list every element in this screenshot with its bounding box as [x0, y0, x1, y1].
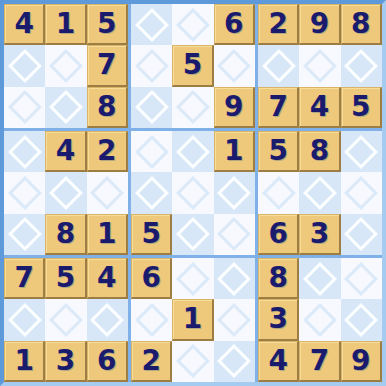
cell-r2c6[interactable] [214, 45, 255, 86]
diamond-icon [135, 303, 169, 337]
cell-r8c1[interactable] [4, 299, 45, 340]
cell-r2c8[interactable] [299, 45, 340, 86]
diamond-icon [176, 344, 210, 378]
box-3-1: 754136 [4, 258, 128, 382]
cell-r3c1[interactable] [4, 87, 45, 128]
cell-r9c7: 4 [258, 341, 299, 382]
diamond-icon [217, 344, 251, 378]
cell-r1c7: 2 [258, 4, 299, 45]
cell-r9c8: 7 [299, 341, 340, 382]
cell-r4c6: 1 [214, 131, 255, 172]
cell-r8c8[interactable] [299, 299, 340, 340]
cell-r4c2: 4 [45, 131, 86, 172]
diamond-icon [135, 135, 169, 169]
cell-r2c1[interactable] [4, 45, 45, 86]
diamond-icon [8, 176, 42, 210]
diamond-icon [217, 49, 251, 83]
cell-r3c7: 7 [258, 87, 299, 128]
cell-r1c6: 6 [214, 4, 255, 45]
cell-r8c7: 3 [258, 299, 299, 340]
cell-r6c9[interactable] [341, 214, 382, 255]
cell-r9c4: 2 [131, 341, 172, 382]
cell-r2c3: 7 [87, 45, 128, 86]
diamond-icon [176, 8, 210, 42]
cell-r2c9[interactable] [341, 45, 382, 86]
cell-r4c5[interactable] [172, 131, 213, 172]
box-2-2: 15 [131, 131, 255, 255]
cell-r3c3: 8 [87, 87, 128, 128]
cell-r7c3: 4 [87, 258, 128, 299]
cell-r5c2[interactable] [45, 172, 86, 213]
cell-r1c8: 9 [299, 4, 340, 45]
diamond-icon [303, 262, 337, 296]
cell-r5c6[interactable] [214, 172, 255, 213]
cell-r6c8: 3 [299, 214, 340, 255]
cell-r7c5[interactable] [172, 258, 213, 299]
diamond-icon [8, 49, 42, 83]
box-1-1: 41578 [4, 4, 128, 128]
box-3-2: 612 [131, 258, 255, 382]
diamond-icon [8, 90, 42, 124]
diamond-icon [49, 49, 83, 83]
box-1-2: 659 [131, 4, 255, 128]
diamond-icon [135, 8, 169, 42]
box-2-3: 5863 [258, 131, 382, 255]
cell-r4c8: 8 [299, 131, 340, 172]
cell-r6c6[interactable] [214, 214, 255, 255]
diamond-icon [344, 49, 378, 83]
cell-r3c4[interactable] [131, 87, 172, 128]
diamond-icon [176, 262, 210, 296]
cell-r1c2: 1 [45, 4, 86, 45]
cell-r1c4[interactable] [131, 4, 172, 45]
box-3-3: 83479 [258, 258, 382, 382]
cell-r2c2[interactable] [45, 45, 86, 86]
cell-r8c6[interactable] [214, 299, 255, 340]
diamond-icon [344, 176, 378, 210]
cell-r8c4[interactable] [131, 299, 172, 340]
cell-r5c9[interactable] [341, 172, 382, 213]
diamond-icon [176, 176, 210, 210]
cell-r7c7: 8 [258, 258, 299, 299]
cell-r6c4: 5 [131, 214, 172, 255]
cell-r6c2: 8 [45, 214, 86, 255]
diamond-icon [135, 90, 169, 124]
cell-r6c5[interactable] [172, 214, 213, 255]
diamond-icon [303, 303, 337, 337]
cell-r8c3[interactable] [87, 299, 128, 340]
cell-r7c9[interactable] [341, 258, 382, 299]
diamond-icon [303, 176, 337, 210]
cell-r5c3[interactable] [87, 172, 128, 213]
diamond-icon [176, 90, 210, 124]
cell-r1c1: 4 [4, 4, 45, 45]
cell-r8c2[interactable] [45, 299, 86, 340]
cell-r5c8[interactable] [299, 172, 340, 213]
cell-r5c5[interactable] [172, 172, 213, 213]
diamond-icon [344, 217, 378, 251]
cell-r1c3: 5 [87, 4, 128, 45]
cell-r7c1: 7 [4, 258, 45, 299]
cell-r2c4[interactable] [131, 45, 172, 86]
diamond-icon [344, 303, 378, 337]
cell-r3c9: 5 [341, 87, 382, 128]
cell-r4c4[interactable] [131, 131, 172, 172]
cell-r4c1[interactable] [4, 131, 45, 172]
cell-r3c8: 4 [299, 87, 340, 128]
cell-r1c5[interactable] [172, 4, 213, 45]
cell-r6c7: 6 [258, 214, 299, 255]
cell-r3c2[interactable] [45, 87, 86, 128]
diamond-icon [176, 135, 210, 169]
cell-r9c3: 6 [87, 341, 128, 382]
cell-r8c9[interactable] [341, 299, 382, 340]
diamond-icon [176, 217, 210, 251]
diamond-icon [262, 176, 296, 210]
cell-r6c1[interactable] [4, 214, 45, 255]
diamond-icon [49, 176, 83, 210]
diamond-icon [303, 49, 337, 83]
cell-r5c7[interactable] [258, 172, 299, 213]
diamond-icon [8, 303, 42, 337]
box-1-3: 298745 [258, 4, 382, 128]
cell-r6c3: 1 [87, 214, 128, 255]
diamond-icon [49, 90, 83, 124]
diamond-icon [8, 135, 42, 169]
diamond-icon [217, 217, 251, 251]
diamond-icon [344, 262, 378, 296]
cell-r4c3: 2 [87, 131, 128, 172]
cell-r4c9[interactable] [341, 131, 382, 172]
diamond-icon [217, 176, 251, 210]
cell-r3c5[interactable] [172, 87, 213, 128]
cell-r9c6[interactable] [214, 341, 255, 382]
cell-r7c8[interactable] [299, 258, 340, 299]
diamond-icon [217, 303, 251, 337]
cell-r1c9: 8 [341, 4, 382, 45]
diamond-icon [217, 262, 251, 296]
cell-r9c2: 3 [45, 341, 86, 382]
cell-r7c4: 6 [131, 258, 172, 299]
cell-r5c4[interactable] [131, 172, 172, 213]
cell-r5c1[interactable] [4, 172, 45, 213]
cell-r8c5: 1 [172, 299, 213, 340]
diamond-icon [344, 135, 378, 169]
cell-r2c5: 5 [172, 45, 213, 86]
cell-r3c6: 9 [214, 87, 255, 128]
diamond-icon [8, 217, 42, 251]
diamond-icon [135, 49, 169, 83]
diamond-icon [49, 303, 83, 337]
cell-r9c5[interactable] [172, 341, 213, 382]
diamond-icon [90, 303, 124, 337]
sudoku-board: 41578659298745428115586375413661283479 [0, 0, 386, 386]
cell-r9c9: 9 [341, 341, 382, 382]
cell-r2c7[interactable] [258, 45, 299, 86]
diamond-icon [135, 176, 169, 210]
cell-r7c6[interactable] [214, 258, 255, 299]
cell-r9c1: 1 [4, 341, 45, 382]
box-2-1: 4281 [4, 131, 128, 255]
cell-r7c2: 5 [45, 258, 86, 299]
diamond-icon [262, 49, 296, 83]
diamond-icon [90, 176, 124, 210]
cell-r4c7: 5 [258, 131, 299, 172]
